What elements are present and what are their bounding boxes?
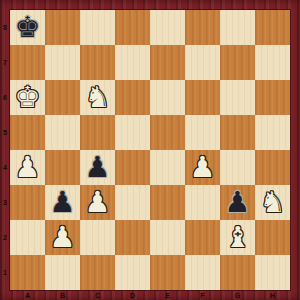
square-c7[interactable] bbox=[80, 45, 115, 80]
square-f8[interactable] bbox=[185, 10, 220, 45]
rank-label-1: 1 bbox=[0, 255, 10, 290]
square-g2[interactable]: ♝ bbox=[220, 220, 255, 255]
rank-label-4: 4 bbox=[0, 150, 10, 185]
square-b2[interactable]: ♟ bbox=[45, 220, 80, 255]
square-g1[interactable] bbox=[220, 255, 255, 290]
square-a2[interactable] bbox=[10, 220, 45, 255]
square-d2[interactable] bbox=[115, 220, 150, 255]
square-c4[interactable]: ♟ bbox=[80, 150, 115, 185]
file-label-g: G bbox=[220, 290, 255, 300]
rank-label-8: 8 bbox=[0, 10, 10, 45]
square-a1[interactable] bbox=[10, 255, 45, 290]
square-h5[interactable] bbox=[255, 115, 290, 150]
square-g8[interactable] bbox=[220, 10, 255, 45]
square-d8[interactable] bbox=[115, 10, 150, 45]
square-b1[interactable] bbox=[45, 255, 80, 290]
square-h8[interactable] bbox=[255, 10, 290, 45]
square-e7[interactable] bbox=[150, 45, 185, 80]
square-f2[interactable] bbox=[185, 220, 220, 255]
square-e6[interactable] bbox=[150, 80, 185, 115]
file-label-h: H bbox=[255, 290, 290, 300]
square-h1[interactable] bbox=[255, 255, 290, 290]
square-h6[interactable] bbox=[255, 80, 290, 115]
square-b4[interactable] bbox=[45, 150, 80, 185]
rank-label-3: 3 bbox=[0, 185, 10, 220]
square-d7[interactable] bbox=[115, 45, 150, 80]
square-f1[interactable] bbox=[185, 255, 220, 290]
white-king-a6[interactable]: ♚ bbox=[10, 80, 45, 115]
square-c5[interactable] bbox=[80, 115, 115, 150]
square-h7[interactable] bbox=[255, 45, 290, 80]
white-pawn-c3[interactable]: ♟ bbox=[80, 185, 115, 220]
square-e4[interactable] bbox=[150, 150, 185, 185]
file-label-b: B bbox=[45, 290, 80, 300]
square-g4[interactable] bbox=[220, 150, 255, 185]
file-label-f: F bbox=[185, 290, 220, 300]
square-f6[interactable] bbox=[185, 80, 220, 115]
white-knight-c6[interactable]: ♞ bbox=[80, 80, 115, 115]
square-b7[interactable] bbox=[45, 45, 80, 80]
rank-label-7: 7 bbox=[0, 45, 10, 80]
white-knight-h3[interactable]: ♞ bbox=[255, 185, 290, 220]
square-e8[interactable] bbox=[150, 10, 185, 45]
square-a4[interactable]: ♟ bbox=[10, 150, 45, 185]
black-king-a8[interactable]: ♚ bbox=[10, 10, 45, 45]
square-a3[interactable] bbox=[10, 185, 45, 220]
square-f3[interactable] bbox=[185, 185, 220, 220]
rank-label-6: 6 bbox=[0, 80, 10, 115]
file-labels: ABCDEFGH bbox=[10, 290, 290, 300]
chess-board: ♚♚♞♟♟♟♟♟♟♞♟♝ bbox=[10, 10, 290, 290]
black-pawn-c4[interactable]: ♟ bbox=[80, 150, 115, 185]
square-f5[interactable] bbox=[185, 115, 220, 150]
square-h2[interactable] bbox=[255, 220, 290, 255]
square-a5[interactable] bbox=[10, 115, 45, 150]
square-a6[interactable]: ♚ bbox=[10, 80, 45, 115]
square-f4[interactable]: ♟ bbox=[185, 150, 220, 185]
square-a8[interactable]: ♚ bbox=[10, 10, 45, 45]
square-f7[interactable] bbox=[185, 45, 220, 80]
square-b3[interactable]: ♟ bbox=[45, 185, 80, 220]
black-pawn-g3[interactable]: ♟ bbox=[220, 185, 255, 220]
rank-labels: 87654321 bbox=[0, 10, 10, 290]
square-b5[interactable] bbox=[45, 115, 80, 150]
square-c3[interactable]: ♟ bbox=[80, 185, 115, 220]
square-h4[interactable] bbox=[255, 150, 290, 185]
square-d6[interactable] bbox=[115, 80, 150, 115]
file-label-a: A bbox=[10, 290, 45, 300]
square-g7[interactable] bbox=[220, 45, 255, 80]
square-g6[interactable] bbox=[220, 80, 255, 115]
square-e2[interactable] bbox=[150, 220, 185, 255]
square-c2[interactable] bbox=[80, 220, 115, 255]
chess-board-frame: 87654321 ♚♚♞♟♟♟♟♟♟♞♟♝ ABCDEFGH bbox=[0, 0, 300, 300]
square-c8[interactable] bbox=[80, 10, 115, 45]
square-d1[interactable] bbox=[115, 255, 150, 290]
square-g3[interactable]: ♟ bbox=[220, 185, 255, 220]
square-b8[interactable] bbox=[45, 10, 80, 45]
square-b6[interactable] bbox=[45, 80, 80, 115]
rank-label-2: 2 bbox=[0, 220, 10, 255]
square-a7[interactable] bbox=[10, 45, 45, 80]
file-label-e: E bbox=[150, 290, 185, 300]
white-bishop-g2[interactable]: ♝ bbox=[220, 220, 255, 255]
square-c6[interactable]: ♞ bbox=[80, 80, 115, 115]
white-pawn-f4[interactable]: ♟ bbox=[185, 150, 220, 185]
square-d4[interactable] bbox=[115, 150, 150, 185]
square-c1[interactable] bbox=[80, 255, 115, 290]
square-e3[interactable] bbox=[150, 185, 185, 220]
rank-label-5: 5 bbox=[0, 115, 10, 150]
white-pawn-b2[interactable]: ♟ bbox=[45, 220, 80, 255]
square-d5[interactable] bbox=[115, 115, 150, 150]
square-h3[interactable]: ♞ bbox=[255, 185, 290, 220]
file-label-c: C bbox=[80, 290, 115, 300]
square-e1[interactable] bbox=[150, 255, 185, 290]
square-g5[interactable] bbox=[220, 115, 255, 150]
white-pawn-a4[interactable]: ♟ bbox=[10, 150, 45, 185]
black-pawn-b3[interactable]: ♟ bbox=[45, 185, 80, 220]
square-e5[interactable] bbox=[150, 115, 185, 150]
file-label-d: D bbox=[115, 290, 150, 300]
square-d3[interactable] bbox=[115, 185, 150, 220]
